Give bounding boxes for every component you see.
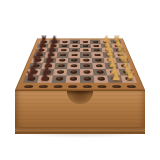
peg-hole	[70, 70, 77, 73]
peg-hole	[95, 64, 102, 67]
chess-piece-black-rook[interactable]: ♜	[25, 70, 36, 82]
board-square[interactable]: ♜	[121, 75, 137, 82]
board-square[interactable]: ♟	[107, 75, 123, 82]
peg-hole	[83, 70, 90, 73]
peg-hole	[59, 54, 66, 57]
peg-hole	[71, 54, 77, 57]
peg-hole	[83, 77, 91, 81]
photo-wooden-chess-set: ♜♟♟♜♞♟♟♞♝♟♟♝♛♟♟♛♚♟♟♚♝♟♟♝♞♟♟♞♜♟♟♜	[0, 0, 160, 160]
rim-hole	[97, 85, 106, 88]
chess-board-grid: ♜♟♟♜♞♟♟♞♝♟♟♝♛♟♟♛♚♟♟♚♝♟♟♝♞♟♟♞♜♟♟♜	[23, 40, 137, 83]
peg-hole	[72, 45, 78, 47]
peg-hole	[70, 64, 77, 67]
peg-hole	[69, 77, 77, 81]
peg-hole	[92, 41, 98, 43]
rim-hole	[83, 85, 92, 88]
rim-hole	[126, 85, 136, 88]
peg-hole	[58, 59, 65, 62]
peg-hole	[96, 70, 104, 73]
chess-piece-white-rook[interactable]: ♜	[124, 70, 135, 82]
rim-hole	[68, 85, 77, 88]
peg-hole	[83, 59, 90, 62]
board-square[interactable]	[80, 63, 93, 69]
peg-hole	[93, 45, 99, 47]
chess-piece-white-pawn[interactable]: ♟	[110, 70, 121, 82]
peg-hole	[82, 45, 88, 47]
rim-hole	[112, 85, 122, 88]
board-square[interactable]	[94, 75, 109, 82]
peg-hole	[71, 59, 78, 62]
rim-hole	[39, 85, 49, 88]
chess-piece-black-pawn[interactable]: ♟	[39, 70, 50, 82]
peg-hole	[56, 70, 64, 73]
peg-hole	[57, 64, 64, 67]
rim-hole	[24, 85, 34, 88]
peg-hole	[71, 49, 77, 51]
board-square[interactable]	[66, 75, 80, 82]
board-square[interactable]	[92, 63, 105, 69]
peg-hole	[83, 64, 90, 67]
peg-hole	[95, 59, 102, 62]
board-square[interactable]	[51, 75, 66, 82]
peg-hole	[72, 41, 78, 43]
box-lid-board: ♜♟♟♜♞♟♟♞♝♟♟♝♛♟♟♛♚♟♟♚♝♟♟♝♞♟♟♞♜♟♟♜	[15, 38, 145, 90]
front-rim-hole-row	[21, 84, 140, 89]
peg-hole	[82, 41, 88, 43]
peg-hole	[83, 54, 89, 57]
peg-hole	[60, 49, 66, 51]
peg-hole	[61, 45, 67, 47]
peg-hole	[62, 41, 68, 43]
board-square[interactable]: ♟	[37, 75, 53, 82]
peg-hole	[55, 77, 63, 81]
peg-hole	[97, 77, 105, 81]
peg-hole	[93, 49, 99, 51]
peg-hole	[94, 54, 101, 57]
rim-hole	[53, 85, 62, 88]
peg-hole	[83, 49, 89, 51]
box-base-edge	[15, 127, 145, 133]
board-square[interactable]	[80, 75, 94, 82]
board-square[interactable]	[67, 63, 80, 69]
board-square[interactable]	[54, 63, 67, 69]
